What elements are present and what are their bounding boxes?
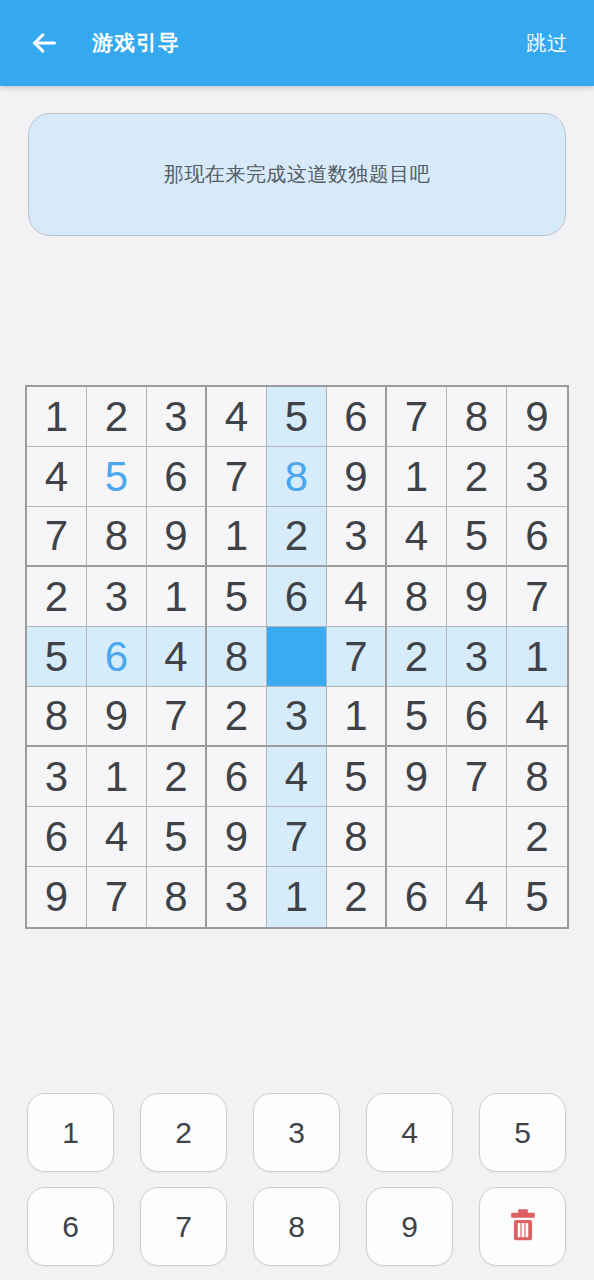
sudoku-cell-r2c1[interactable]: 4 — [27, 447, 87, 507]
numpad-button-4[interactable]: 4 — [366, 1093, 453, 1172]
sudoku-cell-r8c7[interactable] — [387, 807, 447, 867]
sudoku-cell-r9c8[interactable]: 4 — [447, 867, 507, 927]
sudoku-cell-r6c8[interactable]: 6 — [447, 687, 507, 747]
skip-button[interactable]: 跳过 — [526, 30, 568, 57]
sudoku-cell-r5c2[interactable]: 6 — [87, 627, 147, 687]
sudoku-cell-r3c3[interactable]: 9 — [147, 507, 207, 567]
numpad-button-8[interactable]: 8 — [253, 1187, 340, 1266]
sudoku-cell-r7c3[interactable]: 2 — [147, 747, 207, 807]
sudoku-cell-r9c6[interactable]: 2 — [327, 867, 387, 927]
sudoku-cell-r2c4[interactable]: 7 — [207, 447, 267, 507]
sudoku-cell-r5c4[interactable]: 8 — [207, 627, 267, 687]
sudoku-cell-r4c7[interactable]: 8 — [387, 567, 447, 627]
sudoku-cell-r7c9[interactable]: 8 — [507, 747, 567, 807]
sudoku-cell-r4c2[interactable]: 3 — [87, 567, 147, 627]
numpad-button-5[interactable]: 5 — [479, 1093, 566, 1172]
numpad-button-9[interactable]: 9 — [366, 1187, 453, 1266]
numpad: 1 2 3 4 5 6 7 8 9 — [0, 1093, 594, 1266]
sudoku-cell-r5c7[interactable]: 2 — [387, 627, 447, 687]
numpad-button-3[interactable]: 3 — [253, 1093, 340, 1172]
sudoku-cell-r5c5[interactable] — [267, 627, 327, 687]
sudoku-cell-r9c4[interactable]: 3 — [207, 867, 267, 927]
sudoku-cell-r7c7[interactable]: 9 — [387, 747, 447, 807]
sudoku-cell-r2c2[interactable]: 5 — [87, 447, 147, 507]
sudoku-cell-r8c2[interactable]: 4 — [87, 807, 147, 867]
sudoku-cell-r9c9[interactable]: 5 — [507, 867, 567, 927]
sudoku-cell-r2c6[interactable]: 9 — [327, 447, 387, 507]
numpad-row-1: 1 2 3 4 5 — [0, 1093, 594, 1172]
tutorial-bubble: 那现在来完成这道数独题目吧 — [28, 113, 566, 236]
sudoku-cell-r3c7[interactable]: 4 — [387, 507, 447, 567]
sudoku-cell-r9c1[interactable]: 9 — [27, 867, 87, 927]
sudoku-cell-r1c8[interactable]: 8 — [447, 387, 507, 447]
delete-button[interactable] — [479, 1187, 566, 1266]
sudoku-cell-r9c5[interactable]: 1 — [267, 867, 327, 927]
sudoku-cell-r7c4[interactable]: 6 — [207, 747, 267, 807]
sudoku-cell-r1c2[interactable]: 2 — [87, 387, 147, 447]
sudoku-cell-r6c7[interactable]: 5 — [387, 687, 447, 747]
sudoku-cell-r6c9[interactable]: 4 — [507, 687, 567, 747]
sudoku-cell-r7c8[interactable]: 7 — [447, 747, 507, 807]
app-bar: 游戏引导 跳过 — [0, 0, 594, 86]
sudoku-cell-r2c3[interactable]: 6 — [147, 447, 207, 507]
tutorial-bubble-text: 那现在来完成这道数独题目吧 — [164, 161, 431, 188]
sudoku-cell-r1c7[interactable]: 7 — [387, 387, 447, 447]
sudoku-cell-r4c9[interactable]: 7 — [507, 567, 567, 627]
sudoku-cell-r2c5[interactable]: 8 — [267, 447, 327, 507]
sudoku-cell-r6c6[interactable]: 1 — [327, 687, 387, 747]
sudoku-cell-r6c4[interactable]: 2 — [207, 687, 267, 747]
sudoku-cell-r4c3[interactable]: 1 — [147, 567, 207, 627]
sudoku-cell-r4c5[interactable]: 6 — [267, 567, 327, 627]
sudoku-cell-r6c5[interactable]: 3 — [267, 687, 327, 747]
sudoku-cell-r5c9[interactable]: 1 — [507, 627, 567, 687]
sudoku-cell-r8c1[interactable]: 6 — [27, 807, 87, 867]
sudoku-cell-r4c1[interactable]: 2 — [27, 567, 87, 627]
sudoku-cell-r9c7[interactable]: 6 — [387, 867, 447, 927]
sudoku-cell-r5c1[interactable]: 5 — [27, 627, 87, 687]
sudoku-cell-r2c9[interactable]: 3 — [507, 447, 567, 507]
sudoku-cell-r4c4[interactable]: 5 — [207, 567, 267, 627]
sudoku-board: 1234567894567891237891234562315648975648… — [25, 385, 569, 929]
sudoku-cell-r6c3[interactable]: 7 — [147, 687, 207, 747]
sudoku-cell-r1c6[interactable]: 6 — [327, 387, 387, 447]
sudoku-cell-r5c3[interactable]: 4 — [147, 627, 207, 687]
sudoku-cell-r9c3[interactable]: 8 — [147, 867, 207, 927]
sudoku-cell-r3c4[interactable]: 1 — [207, 507, 267, 567]
numpad-button-6[interactable]: 6 — [27, 1187, 114, 1266]
sudoku-cell-r5c8[interactable]: 3 — [447, 627, 507, 687]
sudoku-cell-r7c2[interactable]: 1 — [87, 747, 147, 807]
sudoku-cell-r8c5[interactable]: 7 — [267, 807, 327, 867]
sudoku-cell-r4c8[interactable]: 9 — [447, 567, 507, 627]
sudoku-cell-r3c6[interactable]: 3 — [327, 507, 387, 567]
sudoku-cell-r8c6[interactable]: 8 — [327, 807, 387, 867]
sudoku-cell-r7c1[interactable]: 3 — [27, 747, 87, 807]
sudoku-cell-r4c6[interactable]: 4 — [327, 567, 387, 627]
sudoku-cell-r6c2[interactable]: 9 — [87, 687, 147, 747]
back-button[interactable] — [28, 27, 60, 59]
sudoku-cell-r2c8[interactable]: 2 — [447, 447, 507, 507]
sudoku-cell-r3c2[interactable]: 8 — [87, 507, 147, 567]
numpad-row-2: 6 7 8 9 — [0, 1187, 594, 1266]
numpad-button-2[interactable]: 2 — [140, 1093, 227, 1172]
numpad-button-1[interactable]: 1 — [27, 1093, 114, 1172]
sudoku-cell-r8c3[interactable]: 5 — [147, 807, 207, 867]
page-title: 游戏引导 — [92, 29, 180, 57]
sudoku-cell-r8c9[interactable]: 2 — [507, 807, 567, 867]
sudoku-cell-r8c8[interactable] — [447, 807, 507, 867]
sudoku-cell-r1c1[interactable]: 1 — [27, 387, 87, 447]
sudoku-cell-r8c4[interactable]: 9 — [207, 807, 267, 867]
sudoku-cell-r6c1[interactable]: 8 — [27, 687, 87, 747]
trash-icon — [506, 1208, 540, 1246]
sudoku-cell-r7c6[interactable]: 5 — [327, 747, 387, 807]
sudoku-cell-r1c3[interactable]: 3 — [147, 387, 207, 447]
sudoku-cell-r3c1[interactable]: 7 — [27, 507, 87, 567]
numpad-button-7[interactable]: 7 — [140, 1187, 227, 1266]
sudoku-cell-r1c4[interactable]: 4 — [207, 387, 267, 447]
sudoku-cell-r2c7[interactable]: 1 — [387, 447, 447, 507]
sudoku-cell-r3c8[interactable]: 5 — [447, 507, 507, 567]
sudoku-cell-r3c5[interactable]: 2 — [267, 507, 327, 567]
sudoku-cell-r1c5[interactable]: 5 — [267, 387, 327, 447]
sudoku-cell-r1c9[interactable]: 9 — [507, 387, 567, 447]
sudoku-cell-r5c6[interactable]: 7 — [327, 627, 387, 687]
sudoku-cell-r3c9[interactable]: 6 — [507, 507, 567, 567]
arrow-left-icon — [30, 29, 58, 57]
sudoku-cell-r7c5[interactable]: 4 — [267, 747, 327, 807]
sudoku-cell-r9c2[interactable]: 7 — [87, 867, 147, 927]
